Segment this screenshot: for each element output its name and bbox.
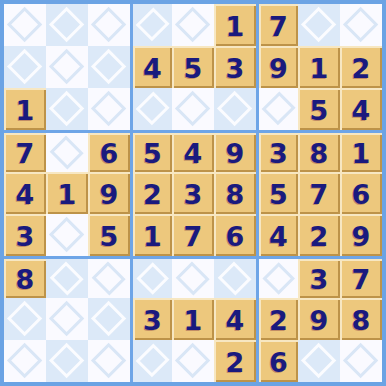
given-digit: 6: [226, 221, 245, 250]
given-digit: 4: [352, 95, 371, 124]
cell-r6c1[interactable]: 3: [4, 214, 46, 256]
cell-r8c8[interactable]: 9: [298, 298, 340, 340]
cell-r8c7[interactable]: 2: [256, 298, 298, 340]
diamond-icon: [49, 7, 85, 43]
cell-r7c1[interactable]: 8: [4, 256, 46, 298]
given-digit: 8: [226, 179, 245, 208]
cell-r3c9[interactable]: 4: [340, 88, 382, 130]
cell-r3c5[interactable]: [172, 88, 214, 130]
given-digit: 4: [184, 138, 203, 167]
cell-r1c2[interactable]: [46, 4, 88, 46]
cell-r1c5[interactable]: [172, 4, 214, 46]
cell-r9c5[interactable]: [172, 340, 214, 382]
diamond-icon: [7, 343, 43, 379]
cell-r1c4[interactable]: [130, 4, 172, 46]
cell-r4c6[interactable]: 9: [214, 130, 256, 172]
cell-r8c2[interactable]: [46, 298, 88, 340]
sudoku-board: 1745391215476549381419238576351764298373…: [0, 0, 386, 386]
given-digit: 7: [184, 221, 203, 250]
given-digit: 3: [16, 221, 35, 250]
cell-r6c9[interactable]: 9: [340, 214, 382, 256]
diamond-icon: [91, 301, 127, 337]
diamond-icon: [135, 344, 169, 378]
diamond-icon: [175, 7, 211, 43]
cell-r6c2[interactable]: [46, 214, 88, 256]
given-digit: 5: [143, 138, 162, 167]
diamond-icon: [136, 262, 169, 295]
given-digit: 5: [184, 53, 203, 82]
cell-r2c6[interactable]: 3: [214, 46, 256, 88]
cell-r4c7[interactable]: 3: [256, 130, 298, 172]
given-digit: 7: [310, 179, 329, 208]
cell-r9c4[interactable]: [130, 340, 172, 382]
given-digit: 2: [310, 221, 329, 250]
diamond-icon: [7, 7, 43, 43]
cell-r4c8[interactable]: 8: [298, 130, 340, 172]
diamond-icon: [91, 343, 127, 379]
given-digit: 1: [310, 53, 329, 82]
cell-r8c1[interactable]: [4, 298, 46, 340]
cell-r8c5[interactable]: 1: [172, 298, 214, 340]
diamond-icon: [49, 343, 85, 379]
given-digit: 1: [184, 305, 203, 334]
given-digit: 3: [143, 305, 162, 334]
diamond-icon: [176, 261, 210, 295]
diamond-icon: [175, 343, 211, 379]
cell-r3c8[interactable]: 5: [298, 88, 340, 130]
cell-r2c7[interactable]: 9: [256, 46, 298, 88]
cell-r4c5[interactable]: 4: [172, 130, 214, 172]
given-digit: 4: [143, 53, 162, 82]
cell-r1c9[interactable]: [340, 4, 382, 46]
given-digit: 2: [352, 53, 371, 82]
cell-r7c7[interactable]: [256, 256, 298, 298]
cell-r2c8[interactable]: 1: [298, 46, 340, 88]
diamond-icon: [301, 343, 337, 379]
cell-r3c3[interactable]: [88, 88, 130, 130]
cell-r2c5[interactable]: 5: [172, 46, 214, 88]
given-digit: 8: [16, 264, 35, 293]
cell-r1c1[interactable]: [4, 4, 46, 46]
given-digit: 1: [16, 95, 35, 124]
given-digit: 4: [269, 221, 288, 250]
diamond-icon: [175, 91, 211, 127]
given-digit: 7: [269, 11, 288, 40]
diamond-icon: [49, 91, 85, 127]
given-digit: 7: [352, 264, 371, 293]
cell-r7c2[interactable]: [46, 256, 88, 298]
given-digit: 1: [352, 138, 371, 167]
given-digit: 5: [100, 221, 119, 250]
cell-r4c4[interactable]: 5: [130, 130, 172, 172]
diamond-icon: [262, 262, 295, 295]
cell-r5c3[interactable]: 9: [88, 172, 130, 214]
cell-r6c7[interactable]: 4: [256, 214, 298, 256]
given-digit: 2: [226, 347, 245, 376]
cell-r1c3[interactable]: [88, 4, 130, 46]
given-digit: 6: [352, 179, 371, 208]
cell-r2c3[interactable]: [88, 46, 130, 88]
cell-r5c6[interactable]: 8: [214, 172, 256, 214]
given-digit: 2: [143, 179, 162, 208]
given-digit: 9: [310, 305, 329, 334]
cell-r3c6[interactable]: [214, 88, 256, 130]
diamond-icon: [343, 7, 379, 43]
diamond-icon: [301, 7, 337, 43]
cell-r5c8[interactable]: 7: [298, 172, 340, 214]
given-digit: 6: [269, 347, 288, 376]
cell-r6c5[interactable]: 7: [172, 214, 214, 256]
cell-r1c7[interactable]: 7: [256, 4, 298, 46]
diamond-icon: [261, 92, 295, 126]
cell-r6c4[interactable]: 1: [130, 214, 172, 256]
given-digit: 4: [226, 305, 245, 334]
cell-r9c8[interactable]: [298, 340, 340, 382]
cell-r6c3[interactable]: 5: [88, 214, 130, 256]
cell-r8c3[interactable]: [88, 298, 130, 340]
diamond-icon: [49, 301, 85, 337]
cell-r8c6[interactable]: 4: [214, 298, 256, 340]
cell-r3c7[interactable]: [256, 88, 298, 130]
cell-r5c5[interactable]: 3: [172, 172, 214, 214]
cell-r5c9[interactable]: 6: [340, 172, 382, 214]
given-digit: 3: [269, 138, 288, 167]
cell-r7c5[interactable]: [172, 256, 214, 298]
cell-r3c4[interactable]: [130, 88, 172, 130]
diamond-icon: [50, 135, 84, 169]
given-digit: 8: [352, 305, 371, 334]
cell-r5c4[interactable]: 2: [130, 172, 172, 214]
cell-r6c6[interactable]: 6: [214, 214, 256, 256]
cell-r1c6[interactable]: 1: [214, 4, 256, 46]
cell-r7c3[interactable]: [88, 256, 130, 298]
diamond-icon: [7, 49, 43, 85]
given-digit: 5: [310, 95, 329, 124]
cell-r2c9[interactable]: 2: [340, 46, 382, 88]
cell-r9c1[interactable]: [4, 340, 46, 382]
given-digit: 3: [184, 179, 203, 208]
given-digit: 4: [16, 179, 35, 208]
cell-r4c2[interactable]: [46, 130, 88, 172]
given-digit: 7: [16, 138, 35, 167]
diamond-icon: [92, 261, 126, 295]
cell-r1c8[interactable]: [298, 4, 340, 46]
given-digit: 1: [143, 221, 162, 250]
cell-r9c3[interactable]: [88, 340, 130, 382]
diamond-icon: [50, 261, 84, 295]
cell-r9c9[interactable]: [340, 340, 382, 382]
given-digit: 9: [100, 179, 119, 208]
given-digit: 8: [310, 138, 329, 167]
cell-r7c6[interactable]: [214, 256, 256, 298]
given-digit: 9: [352, 221, 371, 250]
cell-r7c8[interactable]: 3: [298, 256, 340, 298]
given-digit: 5: [269, 179, 288, 208]
cell-r7c9[interactable]: 7: [340, 256, 382, 298]
diamond-icon: [135, 92, 169, 126]
given-digit: 9: [269, 53, 288, 82]
cell-r5c1[interactable]: 4: [4, 172, 46, 214]
diamond-icon: [343, 343, 379, 379]
cell-r9c7[interactable]: 6: [256, 340, 298, 382]
cell-r6c8[interactable]: 2: [298, 214, 340, 256]
cell-r9c2[interactable]: [46, 340, 88, 382]
cell-r5c2[interactable]: 1: [46, 172, 88, 214]
cell-r4c1[interactable]: 7: [4, 130, 46, 172]
cell-r8c9[interactable]: 8: [340, 298, 382, 340]
diamond-icon: [91, 49, 127, 85]
diamond-icon: [91, 91, 127, 127]
diamond-icon: [218, 261, 252, 295]
given-digit: 6: [100, 138, 119, 167]
diamond-icon: [49, 49, 85, 85]
cell-r9c6[interactable]: 2: [214, 340, 256, 382]
given-digit: 2: [269, 305, 288, 334]
cell-r5c7[interactable]: 5: [256, 172, 298, 214]
given-digit: 3: [226, 53, 245, 82]
given-digit: 3: [310, 264, 329, 293]
cell-r4c3[interactable]: 6: [88, 130, 130, 172]
diamond-icon: [49, 217, 85, 253]
cell-r8c4[interactable]: 3: [130, 298, 172, 340]
cell-r2c2[interactable]: [46, 46, 88, 88]
given-digit: 9: [226, 138, 245, 167]
diamond-icon: [91, 7, 127, 43]
cell-r4c9[interactable]: 1: [340, 130, 382, 172]
given-digit: 1: [226, 11, 245, 40]
diamond-icon: [7, 301, 43, 337]
given-digit: 1: [58, 179, 77, 208]
diamond-icon: [217, 91, 253, 127]
cell-r3c2[interactable]: [46, 88, 88, 130]
cell-r7c4[interactable]: [130, 256, 172, 298]
cell-r3c1[interactable]: 1: [4, 88, 46, 130]
cell-r2c1[interactable]: [4, 46, 46, 88]
diamond-icon: [135, 8, 169, 42]
cell-r2c4[interactable]: 4: [130, 46, 172, 88]
